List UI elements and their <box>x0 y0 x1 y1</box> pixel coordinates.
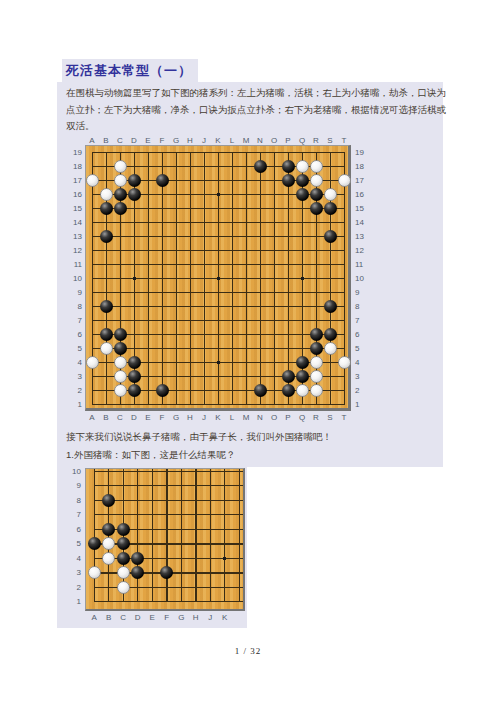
cell-J7 <box>197 313 211 327</box>
cell-B13 <box>99 229 113 243</box>
black-stone-F17 <box>156 174 169 187</box>
cell-L18 <box>225 159 239 173</box>
coord-label-4: 4 <box>355 355 373 369</box>
cell-F10 <box>155 271 169 285</box>
white-stone-A3 <box>88 566 101 579</box>
cell-H19 <box>183 145 197 159</box>
cell-Q16 <box>295 187 309 201</box>
cell-C9 <box>116 479 131 494</box>
cell-G5 <box>174 537 189 552</box>
cell-H4 <box>183 355 197 369</box>
cell-S8 <box>323 299 337 313</box>
coord-label-C: C <box>113 412 127 423</box>
cell-B6 <box>99 327 113 341</box>
cell-A2 <box>87 580 102 595</box>
cell-K10 <box>218 464 233 479</box>
cell-K7 <box>211 313 225 327</box>
cell-K17 <box>211 173 225 187</box>
intro-line-2: 点立扑；左下为大猪嘴，净杀，口诀为扳点立扑杀；右下为老猪嘴，根据情况可选择活棋或 <box>66 102 446 119</box>
cell-H9 <box>189 479 204 494</box>
cell-L11 <box>225 257 239 271</box>
cell-C7 <box>116 508 131 523</box>
black-stone-C15 <box>114 202 127 215</box>
black-stone-S15 <box>324 202 337 215</box>
cell-P19 <box>281 145 295 159</box>
coord-label-T: T <box>337 412 351 423</box>
cell-E19 <box>141 145 155 159</box>
cell-P17 <box>281 173 295 187</box>
cell-T16 <box>337 187 351 201</box>
cell-B14 <box>99 215 113 229</box>
coord-label-7: 7 <box>355 313 373 327</box>
cell-G2 <box>169 383 183 397</box>
cell-T13 <box>337 229 351 243</box>
cell-Q1 <box>295 397 309 411</box>
cell-O17 <box>267 173 281 187</box>
cell-C8 <box>116 493 131 508</box>
cell-J19 <box>197 145 211 159</box>
cell-C3 <box>113 369 127 383</box>
cell-F11 <box>155 257 169 271</box>
cell-A3 <box>85 369 99 383</box>
cell-J6 <box>203 522 218 537</box>
coord-label-B: B <box>99 412 113 423</box>
cell-C13 <box>113 229 127 243</box>
cell-F15 <box>155 201 169 215</box>
cell-J4 <box>197 355 211 369</box>
cell-J12 <box>197 243 211 257</box>
coord-label-J: J <box>203 612 218 623</box>
cell-P18 <box>281 159 295 173</box>
black-stone-B13 <box>100 230 113 243</box>
cell-A9 <box>87 479 102 494</box>
cell-M6 <box>239 327 253 341</box>
cell-S11 <box>323 257 337 271</box>
cell-M19 <box>239 145 253 159</box>
coord-label-7: 7 <box>58 508 81 523</box>
star-point-Q10 <box>301 277 304 280</box>
cell-S19 <box>323 145 337 159</box>
coord-label-12: 12 <box>64 243 82 257</box>
cell-T15 <box>337 201 351 215</box>
cell-L4 <box>225 355 239 369</box>
cell-P4 <box>281 355 295 369</box>
coord-label-B: B <box>102 612 117 623</box>
cell-R14 <box>309 215 323 229</box>
coord-label-K: K <box>211 412 225 423</box>
cell-A4 <box>87 551 102 566</box>
cell-Q13 <box>295 229 309 243</box>
coord-label-1: 1 <box>355 397 373 411</box>
cell-D5 <box>127 341 141 355</box>
black-stone-P17 <box>282 174 295 187</box>
coord-label-Q: Q <box>295 412 309 423</box>
cell-L8 <box>225 299 239 313</box>
cell-C12 <box>113 243 127 257</box>
cell-H10 <box>183 271 197 285</box>
coord-label-8: 8 <box>64 299 82 313</box>
cell-G13 <box>169 229 183 243</box>
cell-H6 <box>189 522 204 537</box>
cell-H17 <box>183 173 197 187</box>
cell-F5 <box>160 537 175 552</box>
cell-E10 <box>145 464 160 479</box>
cell-F6 <box>160 522 175 537</box>
cell-R6 <box>309 327 323 341</box>
coord-label-18: 18 <box>64 159 82 173</box>
cell-L16 <box>225 187 239 201</box>
cell-C14 <box>113 215 127 229</box>
cell-S6 <box>323 327 337 341</box>
cell-H11 <box>183 257 197 271</box>
cell-E17 <box>141 173 155 187</box>
cell-T2 <box>337 383 351 397</box>
cell-E9 <box>145 479 160 494</box>
cell-N1 <box>253 397 267 411</box>
cell-C19 <box>113 145 127 159</box>
cell-G1 <box>169 397 183 411</box>
cell-T12 <box>337 243 351 257</box>
black-stone-N2 <box>254 384 267 397</box>
cell-D9 <box>131 479 146 494</box>
cell-J16 <box>197 187 211 201</box>
inset-board-bottom-labels: ABCDEFGHJK <box>87 612 232 623</box>
cell-A8 <box>85 299 99 313</box>
cell-Q8 <box>295 299 309 313</box>
black-stone-D4 <box>131 552 144 565</box>
cell-G8 <box>169 299 183 313</box>
cell-F7 <box>160 508 175 523</box>
coord-label-3: 3 <box>64 369 82 383</box>
coord-label-9: 9 <box>355 285 373 299</box>
cell-S18 <box>323 159 337 173</box>
cell-N18 <box>253 159 267 173</box>
cell-G10 <box>169 271 183 285</box>
cell-N14 <box>253 215 267 229</box>
cell-E6 <box>141 327 155 341</box>
cell-O3 <box>267 369 281 383</box>
black-stone-B6 <box>100 328 113 341</box>
cell-C1 <box>113 397 127 411</box>
cell-B4 <box>102 551 117 566</box>
cell-B1 <box>102 595 117 610</box>
coord-label-2: 2 <box>355 383 373 397</box>
black-stone-C16 <box>114 188 127 201</box>
cell-K3 <box>211 369 225 383</box>
cell-R5 <box>309 341 323 355</box>
cell-N8 <box>253 299 267 313</box>
cell-B18 <box>99 159 113 173</box>
cell-C10 <box>116 464 131 479</box>
cell-E9 <box>141 285 155 299</box>
coord-label-H: H <box>189 612 204 623</box>
cell-D18 <box>127 159 141 173</box>
cell-C4 <box>116 551 131 566</box>
cell-J8 <box>203 493 218 508</box>
cell-P9 <box>281 285 295 299</box>
cell-G6 <box>169 327 183 341</box>
cell-J9 <box>203 479 218 494</box>
cell-N9 <box>253 285 267 299</box>
cell-H7 <box>189 508 204 523</box>
cell-R2 <box>309 383 323 397</box>
cell-F1 <box>155 397 169 411</box>
black-stone-A5 <box>88 537 101 550</box>
cell-A7 <box>87 508 102 523</box>
cell-E1 <box>141 397 155 411</box>
cell-E6 <box>145 522 160 537</box>
coord-label-9: 9 <box>64 285 82 299</box>
cell-L9 <box>225 285 239 299</box>
coord-label-F: F <box>160 612 175 623</box>
cell-H3 <box>183 369 197 383</box>
cell-B16 <box>99 187 113 201</box>
cell-N15 <box>253 201 267 215</box>
cell-M7 <box>239 313 253 327</box>
cell-B9 <box>102 479 117 494</box>
cell-T8 <box>337 299 351 313</box>
cell-B7 <box>99 313 113 327</box>
cell-S5 <box>323 341 337 355</box>
black-stone-B8 <box>100 300 113 313</box>
cell-L15 <box>225 201 239 215</box>
cell-L7 <box>225 313 239 327</box>
cell-P10 <box>281 271 295 285</box>
coord-label-N: N <box>253 412 267 423</box>
cell-A10 <box>85 271 99 285</box>
cell-D3 <box>127 369 141 383</box>
intro-line-1: 在围棋与动物篇里写了如下图的猪系列：左上为猪嘴，活棋；右上为小猪嘴，劫杀，口诀为 <box>66 85 446 102</box>
cell-O11 <box>267 257 281 271</box>
coord-label-M: M <box>239 412 253 423</box>
white-stone-S16 <box>324 188 337 201</box>
cell-H3 <box>189 566 204 581</box>
cell-B12 <box>99 243 113 257</box>
cell-O18 <box>267 159 281 173</box>
black-stone-F3 <box>160 566 173 579</box>
cell-D9 <box>127 285 141 299</box>
black-stone-B8 <box>102 494 115 507</box>
cell-F1 <box>160 595 175 610</box>
cell-H5 <box>183 341 197 355</box>
cell-R11 <box>309 257 323 271</box>
coord-label-15: 15 <box>355 201 373 215</box>
cell-C16 <box>113 187 127 201</box>
cell-E11 <box>141 257 155 271</box>
cell-D10 <box>131 464 146 479</box>
cell-G18 <box>169 159 183 173</box>
white-stone-R4 <box>310 356 323 369</box>
cell-L17 <box>225 173 239 187</box>
cell-L5 <box>225 341 239 355</box>
cell-M3 <box>239 369 253 383</box>
cell-G7 <box>174 508 189 523</box>
cell-S2 <box>323 383 337 397</box>
cell-H8 <box>189 493 204 508</box>
black-stone-C5 <box>117 537 130 550</box>
cell-M13 <box>239 229 253 243</box>
cell-R18 <box>309 159 323 173</box>
coord-label-16: 16 <box>64 187 82 201</box>
cell-M9 <box>239 285 253 299</box>
coord-label-10: 10 <box>355 271 373 285</box>
cell-H13 <box>183 229 197 243</box>
coord-label-10: 10 <box>58 464 81 479</box>
coord-label-15: 15 <box>64 201 82 215</box>
cell-K7 <box>218 508 233 523</box>
cell-T1 <box>337 397 351 411</box>
cell-K14 <box>211 215 225 229</box>
cell-J5 <box>197 341 211 355</box>
cell-M1 <box>239 397 253 411</box>
cell-J14 <box>197 215 211 229</box>
cell-A3 <box>87 566 102 581</box>
coord-label-5: 5 <box>355 341 373 355</box>
cell-D7 <box>127 313 141 327</box>
cell-M5 <box>239 341 253 355</box>
coord-label-O: O <box>267 412 281 423</box>
cell-A9 <box>85 285 99 299</box>
cell-E8 <box>141 299 155 313</box>
cell-R3 <box>309 369 323 383</box>
cell-F6 <box>155 327 169 341</box>
cell-A1 <box>85 397 99 411</box>
cell-Q3 <box>295 369 309 383</box>
coord-label-3: 3 <box>58 566 81 581</box>
cell-G17 <box>169 173 183 187</box>
cell-F2 <box>160 580 175 595</box>
cell-S15 <box>323 201 337 215</box>
white-stone-S5 <box>324 342 337 355</box>
coord-label-F: F <box>155 412 169 423</box>
white-stone-B16 <box>100 188 113 201</box>
cell-D1 <box>127 397 141 411</box>
black-stone-N18 <box>254 160 267 173</box>
cell-Q2 <box>295 383 309 397</box>
cell-P15 <box>281 201 295 215</box>
cell-O12 <box>267 243 281 257</box>
cell-J10 <box>197 271 211 285</box>
cell-K2 <box>211 383 225 397</box>
cell-R19 <box>309 145 323 159</box>
cell-D12 <box>127 243 141 257</box>
cell-P6 <box>281 327 295 341</box>
cell-D19 <box>127 145 141 159</box>
cell-D17 <box>127 173 141 187</box>
cell-K6 <box>211 327 225 341</box>
cell-Q7 <box>295 313 309 327</box>
cell-G2 <box>174 580 189 595</box>
cell-J17 <box>197 173 211 187</box>
cell-N13 <box>253 229 267 243</box>
cell-T10 <box>337 271 351 285</box>
cell-H14 <box>183 215 197 229</box>
cell-B2 <box>102 580 117 595</box>
cell-Q15 <box>295 201 309 215</box>
cell-C3 <box>116 566 131 581</box>
cell-L3 <box>225 369 239 383</box>
cell-L2 <box>225 383 239 397</box>
black-stone-D3 <box>128 370 141 383</box>
coord-label-19: 19 <box>355 145 373 159</box>
mid-text-line-1: 接下来我们说说长鼻子猪嘴，由于鼻子长，我们叫外国猪嘴吧！ <box>66 431 332 444</box>
coord-label-4: 4 <box>58 551 81 566</box>
cell-K13 <box>211 229 225 243</box>
cell-Q19 <box>295 145 309 159</box>
cell-N10 <box>253 271 267 285</box>
cell-A7 <box>85 313 99 327</box>
coord-label-14: 14 <box>355 215 373 229</box>
coord-label-17: 17 <box>355 173 373 187</box>
cell-F14 <box>155 215 169 229</box>
star-point-K10 <box>217 277 220 280</box>
cell-N6 <box>253 327 267 341</box>
coord-label-1: 1 <box>58 595 81 610</box>
cell-F3 <box>160 566 175 581</box>
cell-Q17 <box>295 173 309 187</box>
cell-E15 <box>141 201 155 215</box>
cell-C4 <box>113 355 127 369</box>
cell-C1 <box>116 595 131 610</box>
cell-S9 <box>323 285 337 299</box>
cell-N19 <box>253 145 267 159</box>
cell-B5 <box>99 341 113 355</box>
coord-label-D: D <box>131 612 146 623</box>
cell-C15 <box>113 201 127 215</box>
cell-R8 <box>309 299 323 313</box>
main-board-left-labels: 19181716151413121110987654321 <box>64 145 82 411</box>
cell-H1 <box>183 397 197 411</box>
coord-label-A: A <box>85 412 99 423</box>
cell-M18 <box>239 159 253 173</box>
cell-A2 <box>85 383 99 397</box>
cell-F18 <box>155 159 169 173</box>
main-board-bottom-labels: ABCDEFGHJKLMNOPQRST <box>85 412 351 423</box>
cell-C2 <box>113 383 127 397</box>
cell-G3 <box>174 566 189 581</box>
cell-O4 <box>267 355 281 369</box>
cell-D1 <box>131 595 146 610</box>
cell-K4 <box>211 355 225 369</box>
cell-D4 <box>131 551 146 566</box>
cell-G9 <box>174 479 189 494</box>
white-stone-R2 <box>310 384 323 397</box>
coord-label-3: 3 <box>355 369 373 383</box>
coord-label-2: 2 <box>64 383 82 397</box>
cell-A19 <box>85 145 99 159</box>
black-stone-P18 <box>282 160 295 173</box>
cell-H12 <box>183 243 197 257</box>
inset-board-stone-grid <box>87 464 232 609</box>
cell-B9 <box>99 285 113 299</box>
cell-R15 <box>309 201 323 215</box>
cell-E13 <box>141 229 155 243</box>
cell-T6 <box>337 327 351 341</box>
cell-C2 <box>116 580 131 595</box>
cell-B1 <box>99 397 113 411</box>
cell-F4 <box>155 355 169 369</box>
cell-S14 <box>323 215 337 229</box>
black-stone-D3 <box>131 566 144 579</box>
cell-R13 <box>309 229 323 243</box>
cell-R12 <box>309 243 323 257</box>
cell-Q5 <box>295 341 309 355</box>
black-stone-R6 <box>310 328 323 341</box>
cell-N4 <box>253 355 267 369</box>
cell-D6 <box>131 522 146 537</box>
cell-L1 <box>225 397 239 411</box>
coord-label-10: 10 <box>64 271 82 285</box>
